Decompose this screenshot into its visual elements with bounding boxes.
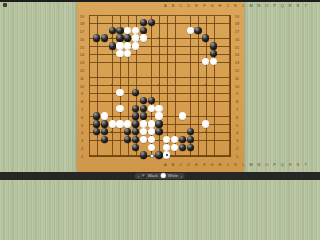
coordinate-label: T bbox=[302, 4, 310, 9]
white-stone bbox=[116, 50, 123, 57]
coordinate-label: 13 bbox=[233, 59, 241, 67]
coordinate-label: 18 bbox=[78, 20, 86, 28]
coordinate-label: N bbox=[255, 4, 263, 9]
white-stone bbox=[187, 27, 194, 34]
coordinate-label: 4 bbox=[78, 129, 86, 137]
coordinate-label: 3 bbox=[233, 137, 241, 145]
white-stone bbox=[202, 120, 209, 127]
coordinate-label: 14 bbox=[233, 51, 241, 59]
white-stone bbox=[124, 42, 131, 49]
coordinate-letters-bottom: ABCDEFGHJKLMNOPQRST bbox=[162, 163, 310, 168]
white-stone bbox=[148, 144, 155, 151]
white-stone bbox=[132, 34, 139, 41]
coordinate-label: 19 bbox=[233, 13, 241, 21]
coordinate-label: D bbox=[185, 4, 193, 9]
star-point bbox=[205, 84, 207, 86]
coordinate-label: P bbox=[271, 4, 279, 9]
coordinate-label: K bbox=[232, 163, 240, 168]
coordinate-label: 3 bbox=[78, 137, 86, 145]
coordinate-label: E bbox=[193, 163, 201, 168]
coordinate-label: F bbox=[200, 163, 208, 168]
coordinate-label: 6 bbox=[233, 114, 241, 122]
white-stone bbox=[116, 105, 123, 112]
player-toggle: ‹ Black White › bbox=[135, 173, 185, 180]
white-stone-indicator[interactable] bbox=[160, 173, 165, 178]
black-stone bbox=[109, 27, 116, 34]
black-stone-indicator[interactable] bbox=[142, 174, 146, 178]
white-stone bbox=[132, 42, 139, 49]
white-stone bbox=[109, 120, 116, 127]
black-stone bbox=[194, 27, 201, 34]
coordinate-label: 12 bbox=[78, 67, 86, 75]
black-stone bbox=[93, 112, 100, 119]
star-point bbox=[111, 131, 113, 133]
coordinate-label: 7 bbox=[233, 106, 241, 114]
coordinate-label: H bbox=[216, 163, 224, 168]
coordinate-label: D bbox=[185, 163, 193, 168]
coordinate-label: R bbox=[286, 163, 294, 168]
coordinate-label: 10 bbox=[78, 83, 86, 91]
coordinate-label: Q bbox=[278, 4, 286, 9]
black-stone bbox=[132, 112, 139, 119]
white-stone bbox=[101, 112, 108, 119]
coordinate-label: 11 bbox=[233, 75, 241, 83]
coordinate-label: S bbox=[294, 4, 302, 9]
coordinate-label: 11 bbox=[78, 75, 86, 83]
coordinate-label: 10 bbox=[233, 83, 241, 91]
black-stone bbox=[101, 34, 108, 41]
coordinate-label: C bbox=[177, 4, 185, 9]
coordinate-label: B bbox=[169, 4, 177, 9]
coordinate-label: T bbox=[302, 163, 310, 168]
white-stone bbox=[140, 120, 147, 127]
black-label: Black bbox=[148, 173, 158, 179]
coordinate-label: A bbox=[162, 4, 170, 9]
star-point bbox=[205, 131, 207, 133]
white-stone bbox=[155, 105, 162, 112]
board-grid-lines bbox=[89, 15, 231, 157]
coordinate-label: 2 bbox=[78, 145, 86, 153]
top-letterbox-bar bbox=[0, 0, 320, 2]
black-stone bbox=[187, 136, 194, 143]
black-stone bbox=[155, 120, 162, 127]
white-label: White bbox=[168, 173, 178, 179]
black-stone bbox=[93, 120, 100, 127]
black-stone bbox=[148, 19, 155, 26]
coordinate-label: 6 bbox=[78, 114, 86, 122]
coordinate-label: E bbox=[193, 4, 201, 9]
coordinate-label: F bbox=[200, 4, 208, 9]
black-stone bbox=[140, 105, 147, 112]
black-stone bbox=[140, 112, 147, 119]
coordinate-numbers-left: 19181716151413121110987654321 bbox=[78, 13, 86, 153]
white-stone bbox=[124, 120, 131, 127]
white-stone bbox=[148, 136, 155, 143]
white-stone bbox=[148, 105, 155, 112]
coordinate-label: 17 bbox=[233, 28, 241, 36]
coordinate-label: 19 bbox=[78, 13, 86, 21]
black-stone bbox=[155, 151, 162, 158]
coordinate-label: R bbox=[286, 4, 294, 9]
coordinate-label: L bbox=[239, 4, 247, 9]
black-stone bbox=[179, 144, 186, 151]
coordinate-label: 7 bbox=[78, 106, 86, 114]
white-stone bbox=[140, 34, 147, 41]
coordinate-numbers-right: 19181716151413121110987654321 bbox=[233, 13, 241, 153]
coordinate-label: 4 bbox=[233, 129, 241, 137]
black-stone bbox=[109, 42, 116, 49]
coordinate-label: 15 bbox=[78, 44, 86, 52]
coordinate-label: H bbox=[216, 4, 224, 9]
coordinate-label: J bbox=[224, 163, 232, 168]
square-marker bbox=[150, 154, 155, 159]
coordinate-label: 16 bbox=[78, 36, 86, 44]
coordinate-label: 18 bbox=[233, 20, 241, 28]
star-point bbox=[158, 37, 160, 39]
black-stone bbox=[155, 128, 162, 135]
coordinate-label: 1 bbox=[233, 153, 241, 161]
coordinate-label: M bbox=[247, 163, 255, 168]
coordinate-label: O bbox=[263, 163, 271, 168]
coordinate-label: G bbox=[208, 4, 216, 9]
star-point bbox=[158, 84, 160, 86]
coordinate-label: N bbox=[255, 163, 263, 168]
coordinate-label: 17 bbox=[78, 28, 86, 36]
black-stone bbox=[140, 151, 147, 158]
coordinate-letters-top: ABCDEFGHJKLMNOPQRST bbox=[162, 4, 310, 9]
black-stone bbox=[140, 27, 147, 34]
black-stone bbox=[132, 120, 139, 127]
coordinate-label: M bbox=[247, 4, 255, 9]
coordinate-label: S bbox=[294, 163, 302, 168]
star-point bbox=[111, 84, 113, 86]
coordinate-label: 9 bbox=[78, 90, 86, 98]
coordinate-label: Q bbox=[278, 163, 286, 168]
coordinate-label: K bbox=[232, 4, 240, 9]
go-board[interactable]: ABCDEFGHJKLMNOPQRST ABCDEFGHJKLMNOPQRST … bbox=[77, 1, 245, 172]
black-stone bbox=[101, 120, 108, 127]
coordinate-label: 8 bbox=[233, 98, 241, 106]
coordinate-label: O bbox=[263, 4, 271, 9]
menu-icon[interactable] bbox=[3, 3, 7, 7]
coordinate-label: 14 bbox=[78, 51, 86, 59]
coordinate-label: 8 bbox=[78, 98, 86, 106]
coordinate-label: A bbox=[162, 163, 170, 168]
black-stone bbox=[210, 42, 217, 49]
coordinate-label: 15 bbox=[233, 44, 241, 52]
screen: { "game": "go", "board": { "size": 19, "… bbox=[0, 0, 320, 180]
white-stone bbox=[116, 89, 123, 96]
coordinate-label: C bbox=[177, 163, 185, 168]
coordinate-label: P bbox=[271, 163, 279, 168]
white-stone bbox=[116, 42, 123, 49]
black-stone bbox=[148, 97, 155, 104]
white-stone bbox=[148, 120, 155, 127]
coordinate-label: B bbox=[169, 163, 177, 168]
coordinate-label: 1 bbox=[78, 153, 86, 161]
coordinate-label: 5 bbox=[233, 122, 241, 130]
white-stone bbox=[179, 112, 186, 119]
coordinate-label: L bbox=[239, 163, 247, 168]
next-button[interactable]: › bbox=[181, 173, 183, 179]
apps-grid-icon[interactable] bbox=[311, 173, 316, 178]
coordinate-label: G bbox=[208, 163, 216, 168]
coordinate-label: 5 bbox=[78, 122, 86, 130]
black-stone bbox=[93, 34, 100, 41]
coordinate-label: 2 bbox=[233, 145, 241, 153]
white-stone bbox=[116, 120, 123, 127]
coordinate-label: 12 bbox=[233, 67, 241, 75]
coordinate-label: 16 bbox=[233, 36, 241, 44]
white-stone bbox=[155, 112, 162, 119]
black-stone bbox=[116, 34, 123, 41]
black-stone bbox=[116, 27, 123, 34]
previous-button[interactable]: ‹ bbox=[138, 173, 140, 179]
black-stone bbox=[187, 144, 194, 151]
coordinate-label: 13 bbox=[78, 59, 86, 67]
coordinate-label: 9 bbox=[233, 90, 241, 98]
coordinate-label: J bbox=[224, 4, 232, 9]
